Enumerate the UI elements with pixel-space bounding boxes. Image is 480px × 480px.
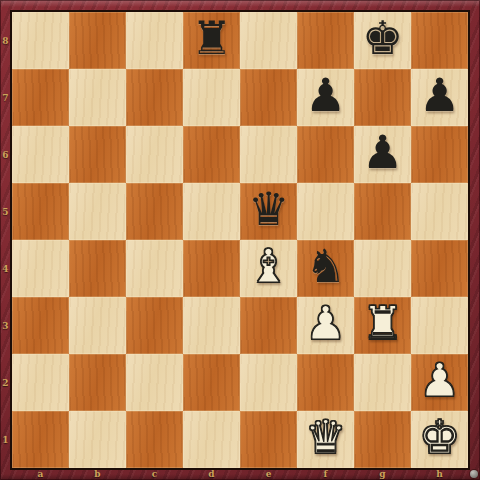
rank-label-8: 8 bbox=[0, 12, 11, 69]
file-label-a: a bbox=[12, 468, 69, 480]
black-knight[interactable]: ♞ bbox=[305, 238, 346, 295]
black-pawn[interactable]: ♟ bbox=[362, 124, 403, 181]
rank-label-5: 5 bbox=[0, 183, 11, 240]
file-labels: abcdefgh bbox=[12, 468, 468, 480]
square-g6[interactable]: ♟ bbox=[354, 126, 411, 183]
square-c2[interactable] bbox=[126, 354, 183, 411]
rank-label-1: 1 bbox=[0, 411, 11, 468]
square-f8[interactable] bbox=[297, 12, 354, 69]
square-e6[interactable] bbox=[240, 126, 297, 183]
square-c5[interactable] bbox=[126, 183, 183, 240]
black-pawn[interactable]: ♟ bbox=[419, 67, 460, 124]
square-b2[interactable] bbox=[69, 354, 126, 411]
file-label-d: d bbox=[183, 468, 240, 480]
file-label-e: e bbox=[240, 468, 297, 480]
file-label-c: c bbox=[126, 468, 183, 480]
white-bishop[interactable]: ♝ bbox=[248, 238, 289, 295]
square-b6[interactable] bbox=[69, 126, 126, 183]
square-e7[interactable] bbox=[240, 69, 297, 126]
square-h2[interactable]: ♟ bbox=[411, 354, 468, 411]
white-queen[interactable]: ♛ bbox=[305, 409, 346, 466]
square-g7[interactable] bbox=[354, 69, 411, 126]
square-h4[interactable] bbox=[411, 240, 468, 297]
square-h1[interactable]: ♚ bbox=[411, 411, 468, 468]
chess-board-window: ♜♚♟♟♟♛♝♞♟♜♟♛♚ 87654321 abcdefgh bbox=[0, 0, 480, 480]
square-f7[interactable]: ♟ bbox=[297, 69, 354, 126]
square-g8[interactable]: ♚ bbox=[354, 12, 411, 69]
square-g1[interactable] bbox=[354, 411, 411, 468]
black-king[interactable]: ♚ bbox=[362, 10, 403, 67]
square-e1[interactable] bbox=[240, 411, 297, 468]
square-f5[interactable] bbox=[297, 183, 354, 240]
rank-label-3: 3 bbox=[0, 297, 11, 354]
square-c1[interactable] bbox=[126, 411, 183, 468]
square-b3[interactable] bbox=[69, 297, 126, 354]
square-e4[interactable]: ♝ bbox=[240, 240, 297, 297]
square-d5[interactable] bbox=[183, 183, 240, 240]
black-queen[interactable]: ♛ bbox=[248, 181, 289, 238]
square-d2[interactable] bbox=[183, 354, 240, 411]
square-d6[interactable] bbox=[183, 126, 240, 183]
square-c6[interactable] bbox=[126, 126, 183, 183]
square-h3[interactable] bbox=[411, 297, 468, 354]
square-d3[interactable] bbox=[183, 297, 240, 354]
square-c3[interactable] bbox=[126, 297, 183, 354]
square-c7[interactable] bbox=[126, 69, 183, 126]
square-a4[interactable] bbox=[12, 240, 69, 297]
white-king[interactable]: ♚ bbox=[419, 409, 460, 466]
rank-label-4: 4 bbox=[0, 240, 11, 297]
square-c4[interactable] bbox=[126, 240, 183, 297]
square-f3[interactable]: ♟ bbox=[297, 297, 354, 354]
square-g2[interactable] bbox=[354, 354, 411, 411]
square-g3[interactable]: ♜ bbox=[354, 297, 411, 354]
square-b5[interactable] bbox=[69, 183, 126, 240]
file-label-g: g bbox=[354, 468, 411, 480]
square-c8[interactable] bbox=[126, 12, 183, 69]
file-label-b: b bbox=[69, 468, 126, 480]
white-rook[interactable]: ♜ bbox=[362, 295, 403, 352]
square-b4[interactable] bbox=[69, 240, 126, 297]
white-pawn[interactable]: ♟ bbox=[419, 352, 460, 409]
square-h5[interactable] bbox=[411, 183, 468, 240]
white-pawn[interactable]: ♟ bbox=[305, 295, 346, 352]
square-g4[interactable] bbox=[354, 240, 411, 297]
square-d4[interactable] bbox=[183, 240, 240, 297]
square-g5[interactable] bbox=[354, 183, 411, 240]
square-f1[interactable]: ♛ bbox=[297, 411, 354, 468]
square-h7[interactable]: ♟ bbox=[411, 69, 468, 126]
black-rook[interactable]: ♜ bbox=[191, 10, 232, 67]
square-d8[interactable]: ♜ bbox=[183, 12, 240, 69]
square-e3[interactable] bbox=[240, 297, 297, 354]
square-a6[interactable] bbox=[12, 126, 69, 183]
square-b8[interactable] bbox=[69, 12, 126, 69]
square-f4[interactable]: ♞ bbox=[297, 240, 354, 297]
square-b7[interactable] bbox=[69, 69, 126, 126]
square-h6[interactable] bbox=[411, 126, 468, 183]
chess-board[interactable]: ♜♚♟♟♟♛♝♞♟♜♟♛♚ bbox=[10, 10, 470, 470]
rank-labels: 87654321 bbox=[0, 12, 11, 468]
square-d7[interactable] bbox=[183, 69, 240, 126]
square-b1[interactable] bbox=[69, 411, 126, 468]
square-e5[interactable]: ♛ bbox=[240, 183, 297, 240]
square-a8[interactable] bbox=[12, 12, 69, 69]
square-a2[interactable] bbox=[12, 354, 69, 411]
file-label-f: f bbox=[297, 468, 354, 480]
rank-label-7: 7 bbox=[0, 69, 11, 126]
square-a3[interactable] bbox=[12, 297, 69, 354]
square-d1[interactable] bbox=[183, 411, 240, 468]
file-label-h: h bbox=[411, 468, 468, 480]
square-f2[interactable] bbox=[297, 354, 354, 411]
square-h8[interactable] bbox=[411, 12, 468, 69]
square-e8[interactable] bbox=[240, 12, 297, 69]
rank-label-6: 6 bbox=[0, 126, 11, 183]
square-f6[interactable] bbox=[297, 126, 354, 183]
square-e2[interactable] bbox=[240, 354, 297, 411]
square-a5[interactable] bbox=[12, 183, 69, 240]
black-pawn[interactable]: ♟ bbox=[305, 67, 346, 124]
corner-badge-icon bbox=[470, 470, 478, 478]
square-a1[interactable] bbox=[12, 411, 69, 468]
rank-label-2: 2 bbox=[0, 354, 11, 411]
square-a7[interactable] bbox=[12, 69, 69, 126]
